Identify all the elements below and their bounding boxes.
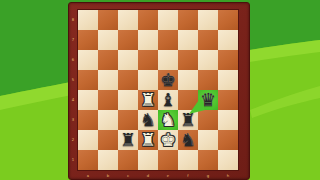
square-g2[interactable] (198, 130, 218, 150)
chess-board: ♚♜♝♛♞♞♜♜♜♚♞ (78, 10, 238, 170)
file-label-e: e (166, 174, 170, 178)
piece-black-g4[interactable]: ♛ (198, 90, 218, 110)
square-g3[interactable] (198, 110, 218, 130)
file-label-b: b (106, 174, 110, 178)
square-h2[interactable] (218, 130, 238, 150)
file-label-c: c (126, 174, 130, 178)
piece-black-e4[interactable]: ♝ (158, 90, 178, 110)
square-e4[interactable]: ♝ (158, 90, 178, 110)
square-e1[interactable] (158, 150, 178, 170)
square-f2[interactable]: ♞ (178, 130, 198, 150)
square-g7[interactable] (198, 30, 218, 50)
square-c8[interactable] (118, 10, 138, 30)
square-f7[interactable] (178, 30, 198, 50)
square-c1[interactable] (118, 150, 138, 170)
rank-label-4: 4 (71, 98, 75, 102)
file-label-g: g (206, 174, 210, 178)
square-e5[interactable]: ♚ (158, 70, 178, 90)
rank-label-7: 7 (71, 38, 75, 42)
square-d2[interactable]: ♜ (138, 130, 158, 150)
square-c4[interactable] (118, 90, 138, 110)
square-h3[interactable] (218, 110, 238, 130)
file-label-h: h (226, 174, 230, 178)
square-e3[interactable]: ♞ (158, 110, 178, 130)
square-c2[interactable]: ♜ (118, 130, 138, 150)
square-b1[interactable] (98, 150, 118, 170)
square-d4[interactable]: ♜ (138, 90, 158, 110)
square-g5[interactable] (198, 70, 218, 90)
square-e2[interactable]: ♚ (158, 130, 178, 150)
square-g8[interactable] (198, 10, 218, 30)
square-c5[interactable] (118, 70, 138, 90)
square-a5[interactable] (78, 70, 98, 90)
rank-label-5: 5 (71, 78, 75, 82)
square-a4[interactable] (78, 90, 98, 110)
piece-black-d3[interactable]: ♞ (138, 110, 158, 130)
square-h4[interactable] (218, 90, 238, 110)
square-d6[interactable] (138, 50, 158, 70)
piece-white-d4[interactable]: ♜ (138, 90, 158, 110)
square-d1[interactable] (138, 150, 158, 170)
square-g4[interactable]: ♛ (198, 90, 218, 110)
square-b8[interactable] (98, 10, 118, 30)
square-b2[interactable] (98, 130, 118, 150)
square-d5[interactable] (138, 70, 158, 90)
square-a8[interactable] (78, 10, 98, 30)
square-d7[interactable] (138, 30, 158, 50)
piece-black-f3[interactable]: ♜ (178, 110, 198, 130)
file-label-d: d (146, 174, 150, 178)
square-f8[interactable] (178, 10, 198, 30)
square-c7[interactable] (118, 30, 138, 50)
square-f6[interactable] (178, 50, 198, 70)
square-e8[interactable] (158, 10, 178, 30)
square-h6[interactable] (218, 50, 238, 70)
square-e7[interactable] (158, 30, 178, 50)
square-c3[interactable] (118, 110, 138, 130)
square-b4[interactable] (98, 90, 118, 110)
file-label-f: f (186, 174, 190, 178)
square-h7[interactable] (218, 30, 238, 50)
square-f3[interactable]: ♜ (178, 110, 198, 130)
square-d8[interactable] (138, 10, 158, 30)
app-background: 87654321 abcdefgh ♚♜♝♛♞♞♜♜♜♚♞ (0, 0, 320, 180)
square-c6[interactable] (118, 50, 138, 70)
square-h1[interactable] (218, 150, 238, 170)
piece-white-e2[interactable]: ♚ (158, 130, 178, 150)
rank-label-3: 3 (71, 118, 75, 122)
piece-black-e5[interactable]: ♚ (158, 70, 178, 90)
rank-label-8: 8 (71, 18, 75, 22)
square-a3[interactable] (78, 110, 98, 130)
square-b3[interactable] (98, 110, 118, 130)
square-h5[interactable] (218, 70, 238, 90)
square-b7[interactable] (98, 30, 118, 50)
square-e6[interactable] (158, 50, 178, 70)
piece-white-e3[interactable]: ♞ (158, 110, 178, 130)
square-f5[interactable] (178, 70, 198, 90)
square-f1[interactable] (178, 150, 198, 170)
square-h8[interactable] (218, 10, 238, 30)
square-g1[interactable] (198, 150, 218, 170)
rank-label-2: 2 (71, 138, 75, 142)
square-b5[interactable] (98, 70, 118, 90)
square-b6[interactable] (98, 50, 118, 70)
square-d3[interactable]: ♞ (138, 110, 158, 130)
square-f4[interactable] (178, 90, 198, 110)
chess-board-frame: 87654321 abcdefgh ♚♜♝♛♞♞♜♜♜♚♞ (68, 2, 250, 180)
rank-label-1: 1 (71, 158, 75, 162)
rank-label-6: 6 (71, 58, 75, 62)
file-label-a: a (86, 174, 90, 178)
square-a1[interactable] (78, 150, 98, 170)
piece-black-c2[interactable]: ♜ (118, 130, 138, 150)
square-g6[interactable] (198, 50, 218, 70)
square-a2[interactable] (78, 130, 98, 150)
square-a7[interactable] (78, 30, 98, 50)
piece-white-d2[interactable]: ♜ (138, 130, 158, 150)
square-a6[interactable] (78, 50, 98, 70)
piece-black-f2[interactable]: ♞ (178, 130, 198, 150)
